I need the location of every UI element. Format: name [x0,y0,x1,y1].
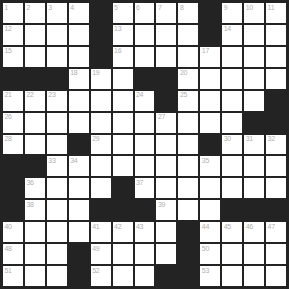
cell-r0c8[interactable]: 8 [178,3,198,23]
cell-r1c12[interactable] [266,25,286,45]
clue-number: 12 [5,25,12,32]
block-cell-r5c12 [266,113,286,133]
cell-r8c7[interactable] [156,178,176,198]
cell-r6c10[interactable]: 30 [222,135,242,155]
cell-r5c9[interactable] [200,113,220,133]
cell-r5c1[interactable] [25,113,45,133]
cell-r4c0[interactable]: 21 [3,91,23,111]
cell-r1c1[interactable] [25,25,45,45]
block-cell-r4c12 [266,91,286,111]
cell-r2c8[interactable] [178,47,198,67]
block-cell-r4c7 [156,91,176,111]
cell-r10c11[interactable]: 46 [244,222,264,242]
clue-number: 22 [26,91,33,98]
cell-r7c5[interactable] [113,156,133,176]
cell-r3c4[interactable]: 19 [91,69,111,89]
cell-r4c4[interactable] [91,91,111,111]
cell-r11c2[interactable] [47,244,67,264]
cell-r11c12[interactable] [266,244,286,264]
clue-number: 38 [26,201,33,208]
clue-number: 6 [136,4,140,11]
cell-r10c10[interactable]: 45 [222,222,242,242]
cell-r7c11[interactable] [244,156,264,176]
cell-r5c2[interactable] [47,113,67,133]
clue-number: 34 [70,157,77,164]
cell-r1c10[interactable]: 14 [222,25,242,45]
block-cell-r11c3 [69,244,89,264]
block-cell-r12c7 [156,266,176,286]
cell-r4c1[interactable]: 22 [25,91,45,111]
clue-number: 49 [92,245,99,252]
block-cell-r9c11 [244,200,264,220]
cell-r0c12[interactable]: 11 [266,3,286,23]
cell-r6c4[interactable]: 29 [91,135,111,155]
cell-r3c10[interactable] [222,69,242,89]
cell-r8c3[interactable] [69,178,89,198]
cell-r7c9[interactable]: 35 [200,156,220,176]
cell-r8c12[interactable] [266,178,286,198]
block-cell-r8c5 [113,178,133,198]
cell-r7c4[interactable] [91,156,111,176]
cell-r0c0[interactable]: 1 [3,3,23,23]
cell-r4c8[interactable]: 25 [178,91,198,111]
block-cell-r0c4 [91,3,111,23]
clue-number: 43 [136,223,143,230]
cell-r7c6[interactable] [135,156,155,176]
cell-r2c3[interactable] [69,47,89,67]
cell-r0c11[interactable]: 10 [244,3,264,23]
cell-r12c10[interactable] [222,266,242,286]
cell-r12c6[interactable] [135,266,155,286]
clue-number: 14 [224,25,231,32]
block-cell-r1c4 [91,25,111,45]
cell-r8c11[interactable] [244,178,264,198]
cell-r1c8[interactable] [178,25,198,45]
cell-r4c2[interactable]: 23 [47,91,67,111]
cell-r8c2[interactable] [47,178,67,198]
block-cell-r6c9 [200,135,220,155]
clue-number: 33 [48,157,55,164]
block-cell-r5c11 [244,113,264,133]
cell-r7c7[interactable] [156,156,176,176]
block-cell-r9c4 [91,200,111,220]
clue-number: 35 [202,157,209,164]
cell-r7c2[interactable]: 33 [47,156,67,176]
block-cell-r3c6 [135,69,155,89]
clue-number: 39 [158,201,165,208]
cell-r6c11[interactable]: 31 [244,135,264,155]
cell-r11c5[interactable] [113,244,133,264]
cell-r12c11[interactable] [244,266,264,286]
cell-r11c9[interactable]: 50 [200,244,220,264]
clue-number: 53 [202,267,209,274]
clue-number: 8 [180,4,184,11]
cell-r6c7[interactable] [156,135,176,155]
block-cell-r0c9 [200,3,220,23]
block-cell-r7c1 [25,156,45,176]
clue-number: 51 [5,267,12,274]
cell-r1c2[interactable] [47,25,67,45]
cell-r1c3[interactable] [69,25,89,45]
cell-r2c5[interactable]: 16 [113,47,133,67]
clue-number: 21 [5,91,12,98]
clue-number: 32 [268,135,275,142]
clue-number: 15 [5,47,12,54]
clue-number: 19 [92,69,99,76]
clue-number: 13 [114,25,121,32]
cell-r5c0[interactable]: 26 [3,113,23,133]
cell-r11c11[interactable] [244,244,264,264]
cell-r6c8[interactable] [178,135,198,155]
cell-r7c3[interactable]: 34 [69,156,89,176]
cell-r2c11[interactable] [244,47,264,67]
cell-r9c7[interactable]: 39 [156,200,176,220]
clue-number: 1 [5,4,9,11]
cell-r9c3[interactable] [69,200,89,220]
cell-r10c12[interactable]: 47 [266,222,286,242]
cell-r5c5[interactable] [113,113,133,133]
cell-r10c0[interactable]: 40 [3,222,23,242]
cell-r9c9[interactable] [200,200,220,220]
cell-r2c9[interactable]: 17 [200,47,220,67]
cell-r12c0[interactable]: 51 [3,266,23,286]
cell-r0c7[interactable]: 7 [156,3,176,23]
cell-r10c4[interactable]: 41 [91,222,111,242]
clue-number: 23 [48,91,55,98]
block-cell-r9c6 [135,200,155,220]
cell-r8c1[interactable]: 36 [25,178,45,198]
cell-r3c11[interactable] [244,69,264,89]
cell-r12c4[interactable]: 52 [91,266,111,286]
cell-r8c8[interactable] [178,178,198,198]
cell-r12c9[interactable]: 53 [200,266,220,286]
cell-r6c5[interactable] [113,135,133,155]
cell-r4c10[interactable] [222,91,242,111]
cell-r6c12[interactable]: 32 [266,135,286,155]
cell-r4c9[interactable] [200,91,220,111]
cell-r5c3[interactable] [69,113,89,133]
block-cell-r2c4 [91,47,111,67]
cell-r8c6[interactable]: 37 [135,178,155,198]
cell-r3c9[interactable] [200,69,220,89]
clue-number: 29 [92,135,99,142]
cell-r9c1[interactable]: 38 [25,200,45,220]
cell-r0c1[interactable]: 2 [25,3,45,23]
block-cell-r12c8 [178,266,198,286]
clue-number: 7 [158,4,162,11]
cell-r5c8[interactable] [178,113,198,133]
cell-r7c10[interactable] [222,156,242,176]
cell-r11c4[interactable]: 49 [91,244,111,264]
cell-r8c10[interactable] [222,178,242,198]
cell-r1c11[interactable] [244,25,264,45]
block-cell-r3c7 [156,69,176,89]
clue-number: 28 [5,135,12,142]
clue-number: 4 [70,4,74,11]
cell-r10c7[interactable] [156,222,176,242]
clue-number: 40 [5,223,12,230]
cell-r8c4[interactable] [91,178,111,198]
cell-r11c7[interactable] [156,244,176,264]
cell-r1c6[interactable] [135,25,155,45]
cell-r5c10[interactable] [222,113,242,133]
clue-number: 30 [224,135,231,142]
clue-number: 44 [202,223,209,230]
cell-r2c2[interactable] [47,47,67,67]
clue-number: 16 [114,47,121,54]
cell-r11c10[interactable] [222,244,242,264]
cell-r11c1[interactable] [25,244,45,264]
clue-number: 11 [268,4,275,11]
block-cell-r8c0 [3,178,23,198]
block-cell-r3c0 [3,69,23,89]
cell-r12c12[interactable] [266,266,286,286]
clue-number: 9 [224,4,228,11]
clue-number: 36 [26,179,33,186]
block-cell-r3c1 [25,69,45,89]
block-cell-r3c2 [47,69,67,89]
clue-number: 31 [246,135,253,142]
clue-number: 50 [202,245,209,252]
cell-r6c1[interactable] [25,135,45,155]
block-cell-r12c3 [69,266,89,286]
clue-number: 17 [202,47,209,54]
cell-r10c1[interactable] [25,222,45,242]
clue-number: 47 [268,223,275,230]
clue-number: 26 [5,113,12,120]
clue-number: 45 [224,223,231,230]
cell-r4c5[interactable] [113,91,133,111]
cell-r5c6[interactable] [135,113,155,133]
block-cell-r6c3 [69,135,89,155]
cell-r11c0[interactable]: 48 [3,244,23,264]
cell-r6c2[interactable] [47,135,67,155]
clue-number: 24 [136,91,143,98]
block-cell-r9c12 [266,200,286,220]
cell-r2c7[interactable] [156,47,176,67]
cell-r3c3[interactable]: 18 [69,69,89,89]
block-cell-r1c9 [200,25,220,45]
cell-r7c8[interactable] [178,156,198,176]
cell-r3c8[interactable]: 20 [178,69,198,89]
cell-r10c6[interactable]: 43 [135,222,155,242]
cell-r2c6[interactable] [135,47,155,67]
clue-number: 25 [180,91,187,98]
cell-r12c5[interactable] [113,266,133,286]
crossword-grid: 1234567891011121314151617181920212223242… [0,0,289,289]
cell-r4c6[interactable]: 24 [135,91,155,111]
clue-number: 48 [5,245,12,252]
cell-r12c1[interactable] [25,266,45,286]
block-cell-r9c5 [113,200,133,220]
block-cell-r11c8 [178,244,198,264]
cell-r0c2[interactable]: 3 [47,3,67,23]
cell-r9c8[interactable] [178,200,198,220]
cell-r0c10[interactable]: 9 [222,3,242,23]
cell-r6c6[interactable] [135,135,155,155]
cell-r10c2[interactable] [47,222,67,242]
cell-r5c7[interactable]: 27 [156,113,176,133]
cell-r1c0[interactable]: 12 [3,25,23,45]
cell-r2c0[interactable]: 15 [3,47,23,67]
clue-number: 42 [114,223,121,230]
cell-r10c3[interactable] [69,222,89,242]
cell-r4c3[interactable] [69,91,89,111]
cell-r1c5[interactable]: 13 [113,25,133,45]
cell-r2c10[interactable] [222,47,242,67]
clue-number: 10 [246,4,253,11]
cell-r12c2[interactable] [47,266,67,286]
clue-number: 2 [26,4,30,11]
clue-number: 46 [246,223,253,230]
cell-r6c0[interactable]: 28 [3,135,23,155]
cell-r0c5[interactable]: 5 [113,3,133,23]
cell-r4c11[interactable] [244,91,264,111]
cell-r3c12[interactable] [266,69,286,89]
cell-r3c5[interactable] [113,69,133,89]
cell-r0c3[interactable]: 4 [69,3,89,23]
clue-number: 18 [70,69,77,76]
clue-number: 5 [114,4,118,11]
cell-r8c9[interactable] [200,178,220,198]
cell-r10c5[interactable]: 42 [113,222,133,242]
cell-r9c2[interactable] [47,200,67,220]
clue-number: 20 [180,69,187,76]
block-cell-r9c10 [222,200,242,220]
clue-number: 52 [92,267,99,274]
clue-number: 27 [158,113,165,120]
cell-r2c1[interactable] [25,47,45,67]
cell-r0c6[interactable]: 6 [135,3,155,23]
block-cell-r10c8 [178,222,198,242]
cell-r10c9[interactable]: 44 [200,222,220,242]
cell-r11c6[interactable] [135,244,155,264]
cell-r2c12[interactable] [266,47,286,67]
clue-number: 37 [136,179,143,186]
block-cell-r7c0 [3,156,23,176]
cell-r1c7[interactable] [156,25,176,45]
cell-r7c12[interactable] [266,156,286,176]
clue-number: 3 [48,4,52,11]
clue-number: 41 [92,223,99,230]
cell-r5c4[interactable] [91,113,111,133]
block-cell-r9c0 [3,200,23,220]
